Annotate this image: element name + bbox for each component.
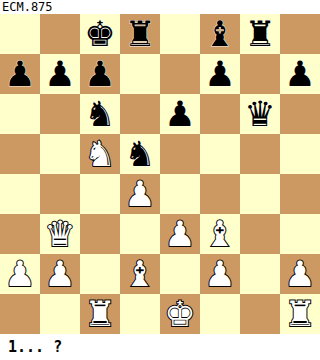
- square-h7[interactable]: ♟: [280, 54, 320, 94]
- square-c2[interactable]: [80, 254, 120, 294]
- square-a7[interactable]: ♟: [0, 54, 40, 94]
- square-h5[interactable]: [280, 134, 320, 174]
- white-pawn-piece[interactable]: ♟: [44, 254, 75, 294]
- square-c7[interactable]: ♟: [80, 54, 120, 94]
- square-e6[interactable]: ♟: [160, 94, 200, 134]
- black-pawn-piece[interactable]: ♟: [84, 54, 115, 94]
- square-c5[interactable]: ♞: [80, 134, 120, 174]
- square-d6[interactable]: [120, 94, 160, 134]
- white-king-piece[interactable]: ♚: [164, 294, 195, 334]
- square-g4[interactable]: [240, 174, 280, 214]
- white-pawn-piece[interactable]: ♟: [164, 214, 195, 254]
- square-e1[interactable]: ♚: [160, 294, 200, 334]
- square-e8[interactable]: [160, 14, 200, 54]
- square-f1[interactable]: [200, 294, 240, 334]
- square-g3[interactable]: [240, 214, 280, 254]
- black-bishop-piece[interactable]: ♝: [204, 14, 235, 54]
- square-b5[interactable]: [40, 134, 80, 174]
- square-a3[interactable]: [0, 214, 40, 254]
- square-d3[interactable]: [120, 214, 160, 254]
- square-f5[interactable]: [200, 134, 240, 174]
- white-queen-piece[interactable]: ♛: [44, 214, 75, 254]
- square-d8[interactable]: ♜: [120, 14, 160, 54]
- chess-app-window: ECM.875 ♚♜♝♜♟♟♟♟♟♞♟♛♞♞♟♛♟♝♟♟♝♟♟♜♚♜ 1... …: [0, 0, 320, 360]
- chess-board: ♚♜♝♜♟♟♟♟♟♞♟♛♞♞♟♛♟♝♟♟♝♟♟♜♚♜: [0, 14, 320, 334]
- white-knight-piece[interactable]: ♞: [84, 134, 115, 174]
- black-pawn-piece[interactable]: ♟: [4, 54, 35, 94]
- white-pawn-piece[interactable]: ♟: [124, 174, 155, 214]
- square-f2[interactable]: ♟: [200, 254, 240, 294]
- move-prompt: 1... ?: [0, 334, 320, 360]
- square-g1[interactable]: [240, 294, 280, 334]
- square-d5[interactable]: ♞: [120, 134, 160, 174]
- white-rook-piece[interactable]: ♜: [84, 294, 115, 334]
- square-b3[interactable]: ♛: [40, 214, 80, 254]
- square-h3[interactable]: [280, 214, 320, 254]
- white-bishop-piece[interactable]: ♝: [124, 254, 155, 294]
- square-h2[interactable]: ♟: [280, 254, 320, 294]
- square-e7[interactable]: [160, 54, 200, 94]
- square-f3[interactable]: ♝: [200, 214, 240, 254]
- black-pawn-piece[interactable]: ♟: [164, 94, 195, 134]
- square-a5[interactable]: [0, 134, 40, 174]
- black-king-piece[interactable]: ♚: [84, 14, 115, 54]
- square-e4[interactable]: [160, 174, 200, 214]
- square-c8[interactable]: ♚: [80, 14, 120, 54]
- square-h8[interactable]: [280, 14, 320, 54]
- square-d7[interactable]: [120, 54, 160, 94]
- square-d2[interactable]: ♝: [120, 254, 160, 294]
- black-rook-piece[interactable]: ♜: [124, 14, 155, 54]
- square-f4[interactable]: [200, 174, 240, 214]
- white-pawn-piece[interactable]: ♟: [204, 254, 235, 294]
- square-b4[interactable]: [40, 174, 80, 214]
- square-h6[interactable]: [280, 94, 320, 134]
- black-rook-piece[interactable]: ♜: [244, 14, 275, 54]
- square-c6[interactable]: ♞: [80, 94, 120, 134]
- square-b6[interactable]: [40, 94, 80, 134]
- square-a8[interactable]: [0, 14, 40, 54]
- square-e2[interactable]: [160, 254, 200, 294]
- square-d1[interactable]: [120, 294, 160, 334]
- puzzle-title: ECM.875: [0, 0, 320, 14]
- square-b1[interactable]: [40, 294, 80, 334]
- square-g8[interactable]: ♜: [240, 14, 280, 54]
- square-g5[interactable]: [240, 134, 280, 174]
- black-knight-piece[interactable]: ♞: [124, 134, 155, 174]
- square-g6[interactable]: ♛: [240, 94, 280, 134]
- white-rook-piece[interactable]: ♜: [284, 294, 315, 334]
- square-f6[interactable]: [200, 94, 240, 134]
- square-g7[interactable]: [240, 54, 280, 94]
- square-f8[interactable]: ♝: [200, 14, 240, 54]
- square-a4[interactable]: [0, 174, 40, 214]
- square-b7[interactable]: ♟: [40, 54, 80, 94]
- square-a2[interactable]: ♟: [0, 254, 40, 294]
- black-pawn-piece[interactable]: ♟: [284, 54, 315, 94]
- square-a1[interactable]: [0, 294, 40, 334]
- black-queen-piece[interactable]: ♛: [244, 94, 275, 134]
- square-b2[interactable]: ♟: [40, 254, 80, 294]
- square-g2[interactable]: [240, 254, 280, 294]
- square-e3[interactable]: ♟: [160, 214, 200, 254]
- black-pawn-piece[interactable]: ♟: [44, 54, 75, 94]
- square-e5[interactable]: [160, 134, 200, 174]
- square-f7[interactable]: ♟: [200, 54, 240, 94]
- black-knight-piece[interactable]: ♞: [84, 94, 115, 134]
- white-bishop-piece[interactable]: ♝: [204, 214, 235, 254]
- square-h1[interactable]: ♜: [280, 294, 320, 334]
- square-c3[interactable]: [80, 214, 120, 254]
- square-d4[interactable]: ♟: [120, 174, 160, 214]
- square-b8[interactable]: [40, 14, 80, 54]
- square-a6[interactable]: [0, 94, 40, 134]
- white-pawn-piece[interactable]: ♟: [4, 254, 35, 294]
- square-c1[interactable]: ♜: [80, 294, 120, 334]
- black-pawn-piece[interactable]: ♟: [204, 54, 235, 94]
- square-c4[interactable]: [80, 174, 120, 214]
- square-h4[interactable]: [280, 174, 320, 214]
- white-pawn-piece[interactable]: ♟: [284, 254, 315, 294]
